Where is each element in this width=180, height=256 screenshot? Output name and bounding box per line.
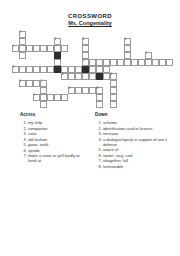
cell-number-anchor: 5 — [145, 52, 152, 59]
grid-cell[interactable] — [61, 45, 68, 52]
cell-number-anchor: 5 — [19, 80, 26, 87]
grid-cell[interactable] — [47, 94, 54, 101]
across-clue: companion — [28, 126, 88, 131]
across-clue: crew — [28, 131, 88, 136]
grid-cell[interactable] — [82, 45, 89, 52]
grid-cell[interactable] — [96, 66, 103, 73]
across-clue: make a noise or yell loudly or honk at — [28, 153, 88, 163]
black-cell — [54, 52, 61, 59]
grid-cell[interactable] — [96, 94, 103, 101]
cell-number-anchor: 4 — [124, 38, 131, 45]
down-clue: sweet, racy, cool — [103, 153, 175, 158]
cell-number-anchor: 3 — [82, 38, 89, 45]
cell-number-anchor: 6 — [110, 73, 117, 80]
cell-number: 3 — [83, 38, 85, 41]
across-heading: Across — [20, 112, 88, 117]
page-subtitle: Ms. Congeniality — [0, 20, 180, 26]
grid-cell[interactable] — [40, 45, 47, 52]
grid-cell[interactable] — [75, 87, 82, 94]
cell-number-anchor: 1 — [19, 31, 26, 38]
grid-cell[interactable] — [138, 59, 145, 66]
grid-cell[interactable] — [19, 45, 26, 52]
cell-number: 4 — [125, 38, 127, 41]
grid-cell[interactable] — [110, 80, 117, 87]
grid-cell[interactable] — [26, 45, 33, 52]
grid-cell[interactable] — [110, 94, 117, 101]
cell-number-anchor: 7 — [40, 80, 47, 87]
across-clue: upside — [28, 148, 88, 153]
down-heading: Down — [95, 112, 175, 117]
grid-cell[interactable] — [40, 94, 47, 101]
grid-cell[interactable] — [33, 45, 40, 52]
grid-cell[interactable] — [54, 59, 61, 66]
cell-number: 1 — [20, 31, 22, 34]
page-title: CROSSWORD — [0, 13, 180, 20]
grid-cell[interactable] — [68, 66, 75, 73]
grid-cell[interactable] — [131, 59, 138, 66]
grid-cell[interactable] — [68, 73, 75, 80]
down-clue: identification card or licence — [103, 126, 175, 131]
cell-number-anchor: 2 — [82, 59, 89, 66]
black-cell — [54, 66, 61, 73]
grid-cell[interactable] — [96, 59, 103, 66]
cell-number: 3 — [13, 66, 15, 69]
grid-cell[interactable] — [117, 59, 124, 66]
grid-cell[interactable] — [19, 66, 26, 73]
grid-cell[interactable] — [89, 66, 96, 73]
black-cell — [82, 66, 89, 73]
across-clue: gown, outfit — [28, 142, 88, 147]
grid-cell[interactable] — [54, 94, 61, 101]
grid-cell[interactable] — [61, 94, 68, 101]
grid-cell[interactable] — [75, 66, 82, 73]
down-clue-list: schemeidentification card or licenceincr… — [95, 120, 175, 169]
grid-cell[interactable] — [26, 66, 33, 73]
across-clue: old fashion — [28, 137, 88, 142]
grid-cell[interactable] — [110, 101, 117, 108]
grid-cell[interactable] — [103, 66, 110, 73]
cell-number-anchor: 7 — [33, 94, 40, 101]
down-clue: a dialogue/speak in support of one's def… — [103, 137, 175, 147]
across-clue: my help — [28, 120, 88, 125]
grid-cell[interactable] — [75, 73, 82, 80]
down-clue: aware of — [103, 147, 175, 152]
grid-cell[interactable] — [40, 66, 47, 73]
grid-cell[interactable] — [19, 52, 26, 59]
grid-cell[interactable] — [82, 87, 89, 94]
across-clues: Across my helpcompanioncrewold fashiongo… — [20, 112, 88, 164]
cell-number: 4 — [62, 73, 64, 76]
cell-number: 7 — [34, 94, 36, 97]
cell-number: 5 — [146, 52, 148, 55]
grid-cell[interactable] — [33, 66, 40, 73]
grid-cell[interactable] — [145, 59, 152, 66]
cell-number: 2 — [83, 59, 85, 62]
cell-number-anchor: 8 — [96, 87, 103, 94]
cell-number-anchor: 3 — [12, 66, 19, 73]
grid-cell[interactable] — [47, 66, 54, 73]
title-block: CROSSWORD Ms. Congeniality — [0, 13, 180, 26]
grid-cell[interactable] — [103, 59, 110, 66]
cell-number: 1 — [13, 45, 15, 48]
cell-number-anchor: 1 — [12, 45, 19, 52]
cell-number: 7 — [41, 80, 43, 83]
worksheet-page: CROSSWORD Ms. Congeniality 1234152346576… — [0, 0, 180, 256]
grid-cell[interactable] — [89, 73, 96, 80]
grid-cell[interactable] — [110, 87, 117, 94]
grid-cell[interactable] — [26, 80, 33, 87]
grid-cell[interactable] — [82, 73, 89, 80]
grid-cell[interactable] — [124, 45, 131, 52]
grid-cell[interactable] — [96, 101, 103, 108]
cell-number: 8 — [97, 87, 99, 90]
cell-number-anchor: 4 — [61, 73, 68, 80]
down-clue: fashionable — [103, 164, 175, 169]
grid-cell[interactable] — [89, 87, 96, 94]
down-clue: scheme — [103, 120, 175, 125]
grid-cell[interactable] — [124, 52, 131, 59]
grid-cell[interactable] — [40, 87, 47, 94]
grid-cell[interactable] — [89, 59, 96, 66]
grid-cell[interactable] — [110, 59, 117, 66]
cell-number: 5 — [20, 80, 22, 83]
grid-cell[interactable] — [152, 59, 159, 66]
cell-number: 2 — [55, 38, 57, 41]
grid-cell[interactable] — [103, 73, 110, 80]
across-clue-list: my helpcompanioncrewold fashiongown, out… — [20, 120, 88, 163]
grid-cell[interactable] — [40, 101, 47, 108]
down-clues: Down schemeidentification card or licenc… — [95, 112, 175, 169]
grid-cell[interactable] — [19, 38, 26, 45]
down-clue: altogether, full — [103, 158, 175, 163]
grid-cell[interactable] — [54, 45, 61, 52]
cell-number-anchor: 2 — [54, 38, 61, 45]
grid-cell[interactable] — [166, 59, 173, 66]
black-cell — [96, 73, 103, 80]
crossword-grid: 123415234657687 — [12, 31, 173, 108]
cell-number-anchor: 6 — [68, 87, 75, 94]
grid-cell[interactable] — [33, 80, 40, 87]
grid-cell[interactable] — [159, 59, 166, 66]
grid-cell[interactable] — [124, 59, 131, 66]
cell-number: 6 — [69, 87, 71, 90]
down-clue: increase — [103, 131, 175, 136]
cell-number: 6 — [111, 73, 113, 76]
grid-cell[interactable] — [47, 45, 54, 52]
